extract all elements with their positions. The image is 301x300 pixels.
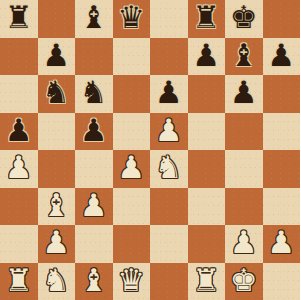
chessboard-screenshot: ♜♝♛♜♚♟♟♝♟♞♞♟♟♟♟♟♟♟♞♝♟♟♟♟♜♞♝♛♜♚ — [0, 0, 300, 300]
square-h4[interactable] — [263, 150, 301, 188]
piece-black-bishop: ♝ — [80, 2, 108, 33]
square-c2[interactable] — [75, 225, 113, 263]
piece-black-pawn: ♟ — [192, 40, 220, 71]
square-e5[interactable]: ♟ — [150, 113, 188, 151]
square-f8[interactable]: ♜ — [188, 0, 226, 38]
piece-white-bishop: ♝ — [42, 190, 70, 221]
piece-black-pawn: ♟ — [230, 77, 258, 108]
square-g2[interactable]: ♟ — [225, 225, 263, 263]
piece-white-pawn: ♟ — [267, 227, 295, 258]
piece-white-queen: ♛ — [117, 265, 145, 296]
square-h6[interactable] — [263, 75, 301, 113]
piece-white-pawn: ♟ — [42, 227, 70, 258]
piece-white-pawn: ♟ — [155, 115, 183, 146]
square-d8[interactable]: ♛ — [113, 0, 151, 38]
chess-board: ♜♝♛♜♚♟♟♝♟♞♞♟♟♟♟♟♟♟♞♝♟♟♟♟♜♞♝♛♜♚ — [0, 0, 300, 300]
square-c8[interactable]: ♝ — [75, 0, 113, 38]
square-b2[interactable]: ♟ — [38, 225, 76, 263]
square-f6[interactable] — [188, 75, 226, 113]
piece-black-pawn: ♟ — [267, 40, 295, 71]
square-h3[interactable] — [263, 188, 301, 226]
square-g6[interactable]: ♟ — [225, 75, 263, 113]
square-c7[interactable] — [75, 38, 113, 76]
square-d7[interactable] — [113, 38, 151, 76]
square-f3[interactable] — [188, 188, 226, 226]
square-g1[interactable]: ♚ — [225, 263, 263, 300]
square-a1[interactable]: ♜ — [0, 263, 38, 300]
square-a8[interactable]: ♜ — [0, 0, 38, 38]
piece-black-pawn: ♟ — [155, 77, 183, 108]
square-f4[interactable] — [188, 150, 226, 188]
square-c4[interactable] — [75, 150, 113, 188]
square-h1[interactable] — [263, 263, 301, 300]
square-a2[interactable] — [0, 225, 38, 263]
piece-black-queen: ♛ — [117, 2, 145, 33]
piece-black-rook: ♜ — [192, 2, 220, 33]
square-b4[interactable] — [38, 150, 76, 188]
square-a6[interactable] — [0, 75, 38, 113]
square-g3[interactable] — [225, 188, 263, 226]
piece-black-rook: ♜ — [5, 2, 33, 33]
square-c3[interactable]: ♟ — [75, 188, 113, 226]
square-e3[interactable] — [150, 188, 188, 226]
square-f7[interactable]: ♟ — [188, 38, 226, 76]
piece-black-knight: ♞ — [80, 77, 108, 108]
piece-black-king: ♚ — [230, 2, 258, 33]
piece-black-pawn: ♟ — [42, 40, 70, 71]
square-a7[interactable] — [0, 38, 38, 76]
piece-black-knight: ♞ — [42, 77, 70, 108]
piece-white-king: ♚ — [230, 265, 258, 296]
piece-white-pawn: ♟ — [117, 152, 145, 183]
piece-white-pawn: ♟ — [80, 190, 108, 221]
square-b7[interactable]: ♟ — [38, 38, 76, 76]
square-h7[interactable]: ♟ — [263, 38, 301, 76]
square-d5[interactable] — [113, 113, 151, 151]
square-g4[interactable] — [225, 150, 263, 188]
square-b6[interactable]: ♞ — [38, 75, 76, 113]
square-b8[interactable] — [38, 0, 76, 38]
square-d3[interactable] — [113, 188, 151, 226]
square-e7[interactable] — [150, 38, 188, 76]
square-f2[interactable] — [188, 225, 226, 263]
square-a3[interactable] — [0, 188, 38, 226]
square-f1[interactable]: ♜ — [188, 263, 226, 300]
square-a5[interactable]: ♟ — [0, 113, 38, 151]
square-b5[interactable] — [38, 113, 76, 151]
square-e2[interactable] — [150, 225, 188, 263]
square-d6[interactable] — [113, 75, 151, 113]
square-c6[interactable]: ♞ — [75, 75, 113, 113]
square-e6[interactable]: ♟ — [150, 75, 188, 113]
square-d1[interactable]: ♛ — [113, 263, 151, 300]
piece-black-bishop: ♝ — [230, 40, 258, 71]
piece-white-bishop: ♝ — [80, 265, 108, 296]
piece-white-knight: ♞ — [155, 152, 183, 183]
piece-black-pawn: ♟ — [5, 115, 33, 146]
square-e1[interactable] — [150, 263, 188, 300]
square-b3[interactable]: ♝ — [38, 188, 76, 226]
piece-white-rook: ♜ — [192, 265, 220, 296]
square-a4[interactable]: ♟ — [0, 150, 38, 188]
square-g7[interactable]: ♝ — [225, 38, 263, 76]
square-h8[interactable] — [263, 0, 301, 38]
square-e8[interactable] — [150, 0, 188, 38]
square-h5[interactable] — [263, 113, 301, 151]
square-d2[interactable] — [113, 225, 151, 263]
piece-white-knight: ♞ — [42, 265, 70, 296]
square-f5[interactable] — [188, 113, 226, 151]
square-c5[interactable]: ♟ — [75, 113, 113, 151]
piece-black-pawn: ♟ — [80, 115, 108, 146]
square-h2[interactable]: ♟ — [263, 225, 301, 263]
square-g5[interactable] — [225, 113, 263, 151]
piece-white-rook: ♜ — [5, 265, 33, 296]
square-g8[interactable]: ♚ — [225, 0, 263, 38]
square-b1[interactable]: ♞ — [38, 263, 76, 300]
square-e4[interactable]: ♞ — [150, 150, 188, 188]
square-d4[interactable]: ♟ — [113, 150, 151, 188]
square-c1[interactable]: ♝ — [75, 263, 113, 300]
piece-white-pawn: ♟ — [5, 152, 33, 183]
piece-white-pawn: ♟ — [230, 227, 258, 258]
